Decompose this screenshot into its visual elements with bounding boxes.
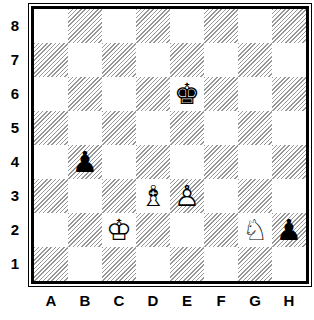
square-f4[interactable] [204,145,238,179]
square-a6[interactable] [34,77,68,111]
square-g8[interactable] [238,9,272,43]
square-e2[interactable] [170,213,204,247]
square-c7[interactable] [102,43,136,77]
square-e4[interactable] [170,145,204,179]
square-g4[interactable] [238,145,272,179]
square-d2[interactable] [136,213,170,247]
rank-labels: 87654321 [0,3,28,287]
rank-label-6: 6 [0,77,28,111]
square-a7[interactable] [34,43,68,77]
file-label-g: G [238,292,272,309]
piece-white-knight[interactable]: ♘ [238,213,272,247]
square-d5[interactable] [136,111,170,145]
square-h2[interactable]: ♟ [272,213,306,247]
square-g3[interactable] [238,179,272,213]
square-e3[interactable]: ♟♙ [170,179,204,213]
square-d8[interactable] [136,9,170,43]
square-b3[interactable] [68,179,102,213]
piece-white-pawn[interactable]: ♙ [170,179,204,213]
file-label-f: F [204,292,238,309]
file-label-d: D [136,292,170,309]
file-label-h: H [272,292,306,309]
board-grid: ♚♟♝♗♟♙♚♔♞♘♟ [34,9,306,281]
piece-black-pawn[interactable]: ♟ [68,145,102,179]
square-e8[interactable] [170,9,204,43]
square-e5[interactable] [170,111,204,145]
square-g2[interactable]: ♞♘ [238,213,272,247]
square-g6[interactable] [238,77,272,111]
piece-white-bishop[interactable]: ♗ [136,179,170,213]
square-e1[interactable] [170,247,204,281]
square-a2[interactable] [34,213,68,247]
square-a4[interactable] [34,145,68,179]
piece-black-king[interactable]: ♚ [170,77,204,111]
square-a3[interactable] [34,179,68,213]
board-frame: ♚♟♝♗♟♙♚♔♞♘♟ [28,3,312,287]
square-e6[interactable]: ♚ [170,77,204,111]
square-c5[interactable] [102,111,136,145]
square-g1[interactable] [238,247,272,281]
square-f3[interactable] [204,179,238,213]
square-c6[interactable] [102,77,136,111]
square-b5[interactable] [68,111,102,145]
square-f7[interactable] [204,43,238,77]
square-d6[interactable] [136,77,170,111]
rank-label-4: 4 [0,145,28,179]
file-label-b: B [68,292,102,309]
square-h6[interactable] [272,77,306,111]
square-b2[interactable] [68,213,102,247]
square-d7[interactable] [136,43,170,77]
file-label-a: A [34,292,68,309]
rank-label-2: 2 [0,213,28,247]
square-g5[interactable] [238,111,272,145]
file-label-e: E [170,292,204,309]
square-f1[interactable] [204,247,238,281]
square-d4[interactable] [136,145,170,179]
square-b1[interactable] [68,247,102,281]
square-d1[interactable] [136,247,170,281]
square-h3[interactable] [272,179,306,213]
rank-label-7: 7 [0,43,28,77]
square-b4[interactable]: ♟ [68,145,102,179]
board-inner: ♚♟♝♗♟♙♚♔♞♘♟ [31,6,309,284]
rank-label-5: 5 [0,111,28,145]
chess-diagram: 87654321 ♚♟♝♗♟♙♚♔♞♘♟ ABCDEFGH [0,0,314,320]
square-h4[interactable] [272,145,306,179]
square-d3[interactable]: ♝♗ [136,179,170,213]
square-g7[interactable] [238,43,272,77]
rank-label-3: 3 [0,179,28,213]
square-c4[interactable] [102,145,136,179]
square-a5[interactable] [34,111,68,145]
piece-white-king[interactable]: ♔ [102,213,136,247]
square-f5[interactable] [204,111,238,145]
square-a1[interactable] [34,247,68,281]
square-b7[interactable] [68,43,102,77]
square-c2[interactable]: ♚♔ [102,213,136,247]
square-h8[interactable] [272,9,306,43]
square-f8[interactable] [204,9,238,43]
square-e7[interactable] [170,43,204,77]
square-f6[interactable] [204,77,238,111]
square-c1[interactable] [102,247,136,281]
square-a8[interactable] [34,9,68,43]
square-h1[interactable] [272,247,306,281]
rank-label-1: 1 [0,247,28,281]
square-b8[interactable] [68,9,102,43]
square-c8[interactable] [102,9,136,43]
piece-black-pawn[interactable]: ♟ [272,213,306,247]
file-labels: ABCDEFGH [34,292,314,309]
square-c3[interactable] [102,179,136,213]
square-h7[interactable] [272,43,306,77]
rank-label-8: 8 [0,9,28,43]
square-h5[interactable] [272,111,306,145]
square-b6[interactable] [68,77,102,111]
file-label-c: C [102,292,136,309]
square-f2[interactable] [204,213,238,247]
